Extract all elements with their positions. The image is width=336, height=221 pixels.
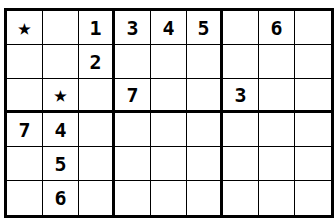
cell-r4c7[interactable]	[223, 113, 259, 147]
cell-r3c9[interactable]	[295, 79, 331, 113]
cell-r3c5[interactable]	[151, 79, 187, 113]
cell-r1c1[interactable]: ★	[7, 11, 43, 45]
cell-r2c4[interactable]	[115, 45, 151, 79]
cell-r1c6[interactable]: 5	[187, 11, 223, 45]
puzzle-board: ★ 1 3 4 5 6 2 ★ 7 3 7 4 5 6	[4, 8, 334, 218]
cell-r4c4[interactable]	[115, 113, 151, 147]
cell-r1c5[interactable]: 4	[151, 11, 187, 45]
cell-r3c2[interactable]: ★	[43, 79, 79, 113]
cell-r5c5[interactable]	[151, 147, 187, 181]
cell-r6c1[interactable]	[7, 181, 43, 215]
cell-r3c3[interactable]	[79, 79, 115, 113]
cell-r6c8[interactable]	[259, 181, 295, 215]
cell-r3c1[interactable]	[7, 79, 43, 113]
cell-r3c6[interactable]	[187, 79, 223, 113]
cell-r2c5[interactable]	[151, 45, 187, 79]
cell-r1c3[interactable]: 1	[79, 11, 115, 45]
cell-r5c6[interactable]	[187, 147, 223, 181]
cell-r6c5[interactable]	[151, 181, 187, 215]
cell-r4c9[interactable]	[295, 113, 331, 147]
cell-r3c8[interactable]	[259, 79, 295, 113]
cell-r4c1[interactable]: 7	[7, 113, 43, 147]
cell-r4c6[interactable]	[187, 113, 223, 147]
cell-r2c9[interactable]	[295, 45, 331, 79]
cell-r1c9[interactable]	[295, 11, 331, 45]
cell-r5c4[interactable]	[115, 147, 151, 181]
cell-r6c9[interactable]	[295, 181, 331, 215]
cell-r2c2[interactable]	[43, 45, 79, 79]
cell-r2c1[interactable]	[7, 45, 43, 79]
cell-r6c6[interactable]	[187, 181, 223, 215]
cell-r5c7[interactable]	[223, 147, 259, 181]
cell-r6c4[interactable]	[115, 181, 151, 215]
cell-r5c3[interactable]	[79, 147, 115, 181]
cell-r4c8[interactable]	[259, 113, 295, 147]
cell-r4c5[interactable]	[151, 113, 187, 147]
cell-r1c7[interactable]	[223, 11, 259, 45]
cell-r1c4[interactable]: 3	[115, 11, 151, 45]
cell-r6c7[interactable]	[223, 181, 259, 215]
cell-r5c1[interactable]	[7, 147, 43, 181]
cell-r2c8[interactable]	[259, 45, 295, 79]
cell-r3c4[interactable]: 7	[115, 79, 151, 113]
cell-r2c7[interactable]	[223, 45, 259, 79]
cell-r1c2[interactable]	[43, 11, 79, 45]
cell-r2c3[interactable]: 2	[79, 45, 115, 79]
cell-r4c3[interactable]	[79, 113, 115, 147]
cell-r1c8[interactable]: 6	[259, 11, 295, 45]
cell-r5c2[interactable]: 5	[43, 147, 79, 181]
cell-r5c9[interactable]	[295, 147, 331, 181]
cell-r2c6[interactable]	[187, 45, 223, 79]
cell-r6c2[interactable]: 6	[43, 181, 79, 215]
cell-r3c7[interactable]: 3	[223, 79, 259, 113]
cell-r6c3[interactable]	[79, 181, 115, 215]
cell-r4c2[interactable]: 4	[43, 113, 79, 147]
cell-r5c8[interactable]	[259, 147, 295, 181]
